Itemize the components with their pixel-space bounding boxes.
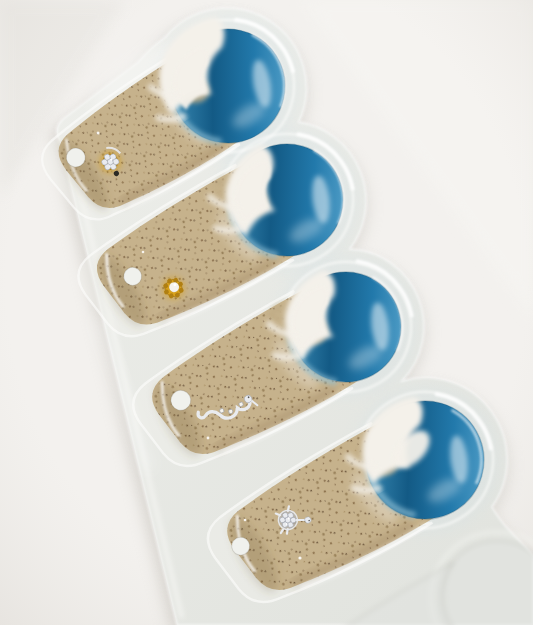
resin-mold-photo: Overhead photo of a translucent white si… [0,0,533,625]
photo-stage: Overhead photo of a translucent white si… [0,0,533,625]
